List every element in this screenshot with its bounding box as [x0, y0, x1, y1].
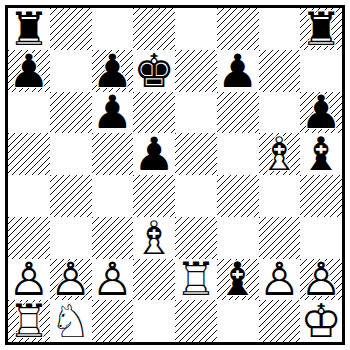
black-piece-layer: ♝ [217, 259, 259, 301]
white-piece-outline-layer: ♔ [300, 300, 342, 342]
white-knight-b1: ♞♘ [50, 300, 92, 342]
white-rook-e2: ♜♖ [175, 259, 217, 301]
white-piece-outline-layer: ♘ [50, 300, 92, 342]
black-pawn-a7: ♟ [8, 50, 50, 92]
square-g8[interactable] [259, 8, 301, 50]
square-a5[interactable] [8, 133, 50, 175]
square-g5[interactable]: ♝♗ [259, 133, 301, 175]
square-g2[interactable]: ♟♙ [259, 259, 301, 301]
square-f6[interactable] [217, 92, 259, 134]
black-piece-layer: ♟ [217, 50, 259, 92]
square-c5[interactable] [92, 133, 134, 175]
square-d3[interactable]: ♝♗ [133, 217, 175, 259]
square-g1[interactable] [259, 300, 301, 342]
square-b6[interactable] [50, 92, 92, 134]
black-bishop-h5: ♝ [300, 133, 342, 175]
square-g4[interactable] [259, 175, 301, 217]
square-e5[interactable] [175, 133, 217, 175]
black-pawn-c6: ♟ [92, 92, 134, 134]
white-piece-outline-layer: ♖ [8, 300, 50, 342]
square-d7[interactable]: ♚ [133, 50, 175, 92]
black-bishop-f2: ♝ [217, 259, 259, 301]
black-pawn-f7: ♟ [217, 50, 259, 92]
square-f2[interactable]: ♝ [217, 259, 259, 301]
white-pawn-g2: ♟♙ [259, 259, 301, 301]
white-bishop-d3: ♝♗ [133, 217, 175, 259]
white-piece-outline-layer: ♖ [175, 259, 217, 301]
black-piece-layer: ♟ [8, 50, 50, 92]
square-b4[interactable] [50, 175, 92, 217]
square-e4[interactable] [175, 175, 217, 217]
square-c6[interactable]: ♟ [92, 92, 134, 134]
black-piece-layer: ♟ [92, 92, 134, 134]
board-frame: ♜♜♟♟♚♟♟♟♟♝♗♝♝♗♟♙♟♙♟♙♜♖♝♟♙♟♙♜♖♞♘♚♔ [5, 5, 345, 345]
black-rook-h8: ♜ [300, 8, 342, 50]
square-d2[interactable] [133, 259, 175, 301]
square-e6[interactable] [175, 92, 217, 134]
square-e7[interactable] [175, 50, 217, 92]
white-piece-outline-layer: ♗ [259, 133, 301, 175]
square-b7[interactable] [50, 50, 92, 92]
square-c2[interactable]: ♟♙ [92, 259, 134, 301]
square-a7[interactable]: ♟ [8, 50, 50, 92]
square-f1[interactable] [217, 300, 259, 342]
square-c4[interactable] [92, 175, 134, 217]
square-d1[interactable] [133, 300, 175, 342]
square-b5[interactable] [50, 133, 92, 175]
black-piece-layer: ♝ [300, 133, 342, 175]
black-piece-layer: ♟ [133, 133, 175, 175]
black-pawn-d5: ♟ [133, 133, 175, 175]
white-rook-a1: ♜♖ [8, 300, 50, 342]
square-d5[interactable]: ♟ [133, 133, 175, 175]
square-a6[interactable] [8, 92, 50, 134]
square-b8[interactable] [50, 8, 92, 50]
square-h1[interactable]: ♚♔ [300, 300, 342, 342]
square-a1[interactable]: ♜♖ [8, 300, 50, 342]
square-h8[interactable]: ♜ [300, 8, 342, 50]
square-c1[interactable] [92, 300, 134, 342]
white-pawn-c2: ♟♙ [92, 259, 134, 301]
square-e2[interactable]: ♜♖ [175, 259, 217, 301]
square-f5[interactable] [217, 133, 259, 175]
black-piece-layer: ♚ [133, 50, 175, 92]
square-g7[interactable] [259, 50, 301, 92]
square-f4[interactable] [217, 175, 259, 217]
white-bishop-g5: ♝♗ [259, 133, 301, 175]
square-h4[interactable] [300, 175, 342, 217]
white-king-h1: ♚♔ [300, 300, 342, 342]
white-piece-outline-layer: ♙ [92, 259, 134, 301]
square-f7[interactable]: ♟ [217, 50, 259, 92]
black-piece-layer: ♜ [300, 8, 342, 50]
black-king-d7: ♚ [133, 50, 175, 92]
white-piece-outline-layer: ♙ [259, 259, 301, 301]
square-b1[interactable]: ♞♘ [50, 300, 92, 342]
white-piece-outline-layer: ♗ [133, 217, 175, 259]
chess-board: ♜♜♟♟♚♟♟♟♟♝♗♝♝♗♟♙♟♙♟♙♜♖♝♟♙♟♙♜♖♞♘♚♔ [8, 8, 342, 342]
square-h5[interactable]: ♝ [300, 133, 342, 175]
square-a4[interactable] [8, 175, 50, 217]
square-e1[interactable] [175, 300, 217, 342]
square-e8[interactable] [175, 8, 217, 50]
